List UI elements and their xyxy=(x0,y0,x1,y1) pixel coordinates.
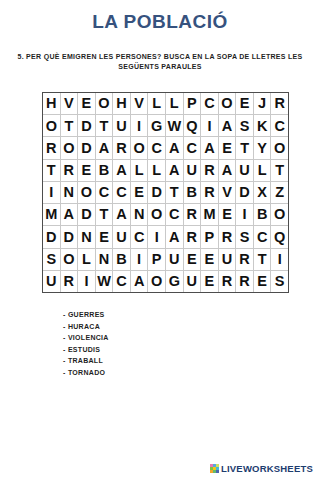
grid-cell-r5c4[interactable]: C xyxy=(96,182,113,203)
grid-cell-r8c8[interactable]: U xyxy=(166,249,183,270)
grid-cell-r4c14[interactable]: T xyxy=(271,160,288,181)
grid-cell-r3c8[interactable]: A xyxy=(166,137,183,158)
grid-cell-r3c13[interactable]: Y xyxy=(254,137,271,158)
grid-cell-r3c3[interactable]: D xyxy=(78,137,95,158)
grid-cell-r4c9[interactable]: U xyxy=(184,160,201,181)
word-list: - GUERRES- HURACA- VIOLENCIA- ESTUDIS- T… xyxy=(63,309,109,378)
grid-cell-r1c1[interactable]: H xyxy=(43,93,60,114)
word-search-grid: HVEOHVLLPCOEJROTDTUIGWQIASKCRODAROCACAET… xyxy=(42,92,289,293)
word-list-item: - HURACA xyxy=(63,321,109,333)
grid-cell-r8c6[interactable]: I xyxy=(131,249,148,270)
grid-cell-r2c12[interactable]: S xyxy=(236,115,253,136)
grid-cell-r1c4[interactable]: O xyxy=(96,93,113,114)
grid-cell-r8c11[interactable]: U xyxy=(219,249,236,270)
grid-cell-r7c10[interactable]: P xyxy=(201,226,218,247)
grid-cell-r1c9[interactable]: P xyxy=(184,93,201,114)
brand-name: LIVEWORKSHEETS xyxy=(221,463,313,474)
grid-cell-r4c2[interactable]: R xyxy=(61,160,78,181)
grid-cell-r3c1[interactable]: R xyxy=(43,137,60,158)
instructions-line-1: 5. PER QUÈ EMIGREN LES PERSONES? BUSCA E… xyxy=(10,52,310,62)
grid-cell-r4c7[interactable]: L xyxy=(148,160,165,181)
grid-cell-r8c14[interactable]: I xyxy=(271,249,288,270)
grid-cell-r4c13[interactable]: L xyxy=(254,160,271,181)
grid-cell-r3c4[interactable]: A xyxy=(96,137,113,158)
grid-cell-r5c7[interactable]: D xyxy=(148,182,165,203)
grid-cell-r6c1[interactable]: M xyxy=(43,204,60,225)
grid-cell-r9c6[interactable]: A xyxy=(131,271,148,292)
liveworksheets-logo-icon xyxy=(210,464,219,473)
grid-cell-r6c12[interactable]: I xyxy=(236,204,253,225)
grid-cell-r3c5[interactable]: R xyxy=(113,137,130,158)
grid-cell-r6c4[interactable]: T xyxy=(96,204,113,225)
grid-cell-r4c1[interactable]: T xyxy=(43,160,60,181)
grid-cell-r4c6[interactable]: L xyxy=(131,160,148,181)
grid-cell-r1c8[interactable]: L xyxy=(166,93,183,114)
grid-cell-r7c2[interactable]: D xyxy=(61,226,78,247)
grid-cell-r7c4[interactable]: E xyxy=(96,226,113,247)
grid-cell-r8c1[interactable]: S xyxy=(43,249,60,270)
grid-cell-r2c5[interactable]: U xyxy=(113,115,130,136)
grid-cell-r8c3[interactable]: L xyxy=(78,249,95,270)
grid-cell-r3c9[interactable]: C xyxy=(184,137,201,158)
grid-cell-r6c13[interactable]: B xyxy=(254,204,271,225)
grid-cell-r2c13[interactable]: K xyxy=(254,115,271,136)
grid-cell-r6c7[interactable]: O xyxy=(148,204,165,225)
word-list-item: - TORNADO xyxy=(63,367,109,379)
grid-cell-r3c7[interactable]: C xyxy=(148,137,165,158)
grid-cell-r3c6[interactable]: O xyxy=(131,137,148,158)
grid-cell-r5c12[interactable]: D xyxy=(236,182,253,203)
grid-cell-r5c3[interactable]: O xyxy=(78,182,95,203)
instructions: 5. PER QUÈ EMIGREN LES PERSONES? BUSCA E… xyxy=(10,52,310,71)
grid-cell-r6c2[interactable]: A xyxy=(61,204,78,225)
grid-cell-r1c5[interactable]: H xyxy=(113,93,130,114)
grid-cell-r7c12[interactable]: S xyxy=(236,226,253,247)
grid-cell-r7c14[interactable]: Q xyxy=(271,226,288,247)
grid-cell-r6c14[interactable]: O xyxy=(271,204,288,225)
grid-cell-r8c12[interactable]: R xyxy=(236,249,253,270)
grid-cell-r7c11[interactable]: R xyxy=(219,226,236,247)
grid-cell-r1c7[interactable]: L xyxy=(148,93,165,114)
grid-cell-r6c10[interactable]: M xyxy=(201,204,218,225)
grid-cell-r5c11[interactable]: V xyxy=(219,182,236,203)
grid-cell-r3c14[interactable]: O xyxy=(271,137,288,158)
grid-cell-r5c5[interactable]: C xyxy=(113,182,130,203)
grid-cell-r2c6[interactable]: I xyxy=(131,115,148,136)
grid-cell-r6c8[interactable]: C xyxy=(166,204,183,225)
instructions-line-2: SEGÜENTS PARAULES xyxy=(10,62,310,72)
grid-cell-r7c3[interactable]: N xyxy=(78,226,95,247)
grid-cell-r9c2[interactable]: R xyxy=(61,271,78,292)
grid-cell-r5c13[interactable]: X xyxy=(254,182,271,203)
grid-cell-r7c5[interactable]: U xyxy=(113,226,130,247)
grid-cell-r6c3[interactable]: D xyxy=(78,204,95,225)
word-list-item: - ESTUDIS xyxy=(63,344,109,356)
grid-cell-r2c1[interactable]: O xyxy=(43,115,60,136)
grid-cell-r4c12[interactable]: U xyxy=(236,160,253,181)
grid-cell-r9c5[interactable]: C xyxy=(113,271,130,292)
grid-cell-r9c8[interactable]: G xyxy=(166,271,183,292)
grid-cell-r1c6[interactable]: V xyxy=(131,93,148,114)
grid-cell-r5c10[interactable]: R xyxy=(201,182,218,203)
grid-cell-r5c6[interactable]: E xyxy=(131,182,148,203)
grid-cell-r8c9[interactable]: E xyxy=(184,249,201,270)
grid-cell-r4c8[interactable]: A xyxy=(166,160,183,181)
grid-cell-r2c3[interactable]: D xyxy=(78,115,95,136)
grid-cell-r2c9[interactable]: Q xyxy=(184,115,201,136)
grid-cell-r5c1[interactable]: I xyxy=(43,182,60,203)
grid-cell-r2c4[interactable]: T xyxy=(96,115,113,136)
liveworksheets-brand[interactable]: LIVEWORKSHEETS xyxy=(210,463,313,474)
grid-cell-r9c1[interactable]: U xyxy=(43,271,60,292)
grid-cell-r2c8[interactable]: W xyxy=(166,115,183,136)
word-list-item: - TRABALL xyxy=(63,355,109,367)
grid-cell-r1c2[interactable]: V xyxy=(61,93,78,114)
grid-cell-r2c7[interactable]: G xyxy=(148,115,165,136)
grid-cell-r3c11[interactable]: E xyxy=(219,137,236,158)
grid-cell-r5c14[interactable]: Z xyxy=(271,182,288,203)
grid-cell-r7c9[interactable]: R xyxy=(184,226,201,247)
grid-cell-r4c11[interactable]: A xyxy=(219,160,236,181)
grid-cell-r4c5[interactable]: A xyxy=(113,160,130,181)
grid-cell-r9c12[interactable]: R xyxy=(236,271,253,292)
grid-cell-r8c7[interactable]: P xyxy=(148,249,165,270)
grid-cell-r2c10[interactable]: I xyxy=(201,115,218,136)
grid-cell-r8c2[interactable]: O xyxy=(61,249,78,270)
grid-cell-r5c9[interactable]: B xyxy=(184,182,201,203)
grid-cell-r6c9[interactable]: R xyxy=(184,204,201,225)
grid-cell-r8c4[interactable]: N xyxy=(96,249,113,270)
word-list-item: - GUERRES xyxy=(63,309,109,321)
grid-cell-r9c9[interactable]: U xyxy=(184,271,201,292)
grid-cell-r4c10[interactable]: R xyxy=(201,160,218,181)
grid-cell-r8c5[interactable]: B xyxy=(113,249,130,270)
grid-cell-r8c13[interactable]: T xyxy=(254,249,271,270)
grid-cell-r5c8[interactable]: T xyxy=(166,182,183,203)
grid-cell-r6c6[interactable]: N xyxy=(131,204,148,225)
grid-cell-r7c13[interactable]: C xyxy=(254,226,271,247)
grid-cell-r9c10[interactable]: E xyxy=(201,271,218,292)
grid-cell-r5c2[interactable]: N xyxy=(61,182,78,203)
grid-cell-r1c12[interactable]: E xyxy=(236,93,253,114)
grid-cell-r4c4[interactable]: B xyxy=(96,160,113,181)
grid-cell-r1c13[interactable]: J xyxy=(254,93,271,114)
grid-cell-r1c10[interactable]: C xyxy=(201,93,218,114)
grid-cell-r6c11[interactable]: E xyxy=(219,204,236,225)
grid-cell-r9c14[interactable]: S xyxy=(271,271,288,292)
grid-cell-r7c1[interactable]: D xyxy=(43,226,60,247)
grid-cell-r7c8[interactable]: A xyxy=(166,226,183,247)
grid-cell-r3c12[interactable]: T xyxy=(236,137,253,158)
word-list-item: - VIOLENCIA xyxy=(63,332,109,344)
grid-cell-r3c10[interactable]: A xyxy=(201,137,218,158)
grid-cell-r8c10[interactable]: E xyxy=(201,249,218,270)
grid-cell-r1c11[interactable]: O xyxy=(219,93,236,114)
grid-cell-r9c4[interactable]: W xyxy=(96,271,113,292)
grid-cell-r2c2[interactable]: T xyxy=(61,115,78,136)
grid-cell-r9c11[interactable]: R xyxy=(219,271,236,292)
grid-cell-r1c3[interactable]: E xyxy=(78,93,95,114)
grid-cell-r2c14[interactable]: C xyxy=(271,115,288,136)
grid-cell-r3c2[interactable]: O xyxy=(61,137,78,158)
page-title: LA POBLACIÓ xyxy=(0,11,320,33)
grid-cell-r9c13[interactable]: E xyxy=(254,271,271,292)
grid-cell-r7c7[interactable]: I xyxy=(148,226,165,247)
grid-cell-r9c3[interactable]: I xyxy=(78,271,95,292)
grid-cell-r9c7[interactable]: O xyxy=(148,271,165,292)
grid-cell-r7c6[interactable]: C xyxy=(131,226,148,247)
grid-cell-r1c14[interactable]: R xyxy=(271,93,288,114)
grid-cell-r4c3[interactable]: E xyxy=(78,160,95,181)
logo-square xyxy=(216,470,219,473)
grid-cell-r6c5[interactable]: A xyxy=(113,204,130,225)
grid-cell-r2c11[interactable]: A xyxy=(219,115,236,136)
worksheet-page: LA POBLACIÓ 5. PER QUÈ EMIGREN LES PERSO… xyxy=(0,0,320,480)
